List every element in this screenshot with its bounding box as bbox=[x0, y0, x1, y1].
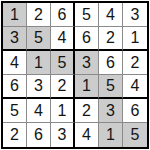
cell-r2c2[interactable]: 5 bbox=[27, 27, 51, 51]
sudoku-board: 126543354621415362632154541236263415 bbox=[1, 1, 149, 149]
cell-r4c5[interactable]: 5 bbox=[99, 75, 123, 99]
digit: 4 bbox=[131, 78, 140, 94]
cell-r5c4[interactable]: 2 bbox=[75, 99, 99, 123]
cell-r1c3[interactable]: 6 bbox=[51, 3, 75, 27]
digit: 6 bbox=[131, 102, 140, 118]
digit: 6 bbox=[10, 78, 19, 94]
digit: 2 bbox=[58, 78, 67, 94]
digit: 2 bbox=[131, 54, 140, 70]
cell-r4c3[interactable]: 2 bbox=[51, 75, 75, 99]
digit: 1 bbox=[131, 30, 140, 46]
cell-r5c1[interactable]: 5 bbox=[3, 99, 27, 123]
cell-r1c1[interactable]: 1 bbox=[3, 3, 27, 27]
digit: 1 bbox=[58, 102, 67, 118]
digit: 6 bbox=[58, 6, 67, 22]
digit: 5 bbox=[10, 102, 19, 118]
cell-r6c6[interactable]: 5 bbox=[123, 123, 147, 147]
digit: 4 bbox=[58, 30, 67, 46]
digit: 1 bbox=[10, 6, 19, 22]
digit: 5 bbox=[82, 6, 91, 22]
cell-r3c6[interactable]: 2 bbox=[123, 51, 147, 75]
digit: 1 bbox=[106, 127, 115, 143]
cell-r6c4[interactable]: 4 bbox=[75, 123, 99, 147]
digit: 5 bbox=[131, 127, 140, 143]
cell-r4c2[interactable]: 3 bbox=[27, 75, 51, 99]
cell-r4c4[interactable]: 1 bbox=[75, 75, 99, 99]
digit: 5 bbox=[58, 54, 67, 70]
cell-r4c6[interactable]: 4 bbox=[123, 75, 147, 99]
cell-r4c1[interactable]: 6 bbox=[3, 75, 27, 99]
digit: 3 bbox=[10, 30, 19, 46]
cell-r3c1[interactable]: 4 bbox=[3, 51, 27, 75]
digit: 1 bbox=[82, 78, 91, 94]
cell-r2c6[interactable]: 1 bbox=[123, 27, 147, 51]
digit: 6 bbox=[82, 30, 91, 46]
cell-r1c5[interactable]: 4 bbox=[99, 3, 123, 27]
digit: 4 bbox=[82, 127, 91, 143]
cell-r3c2[interactable]: 1 bbox=[27, 51, 51, 75]
cell-r1c2[interactable]: 2 bbox=[27, 3, 51, 27]
digit: 2 bbox=[10, 127, 19, 143]
cell-r3c4[interactable]: 3 bbox=[75, 51, 99, 75]
digit: 3 bbox=[34, 78, 43, 94]
cell-r6c3[interactable]: 3 bbox=[51, 123, 75, 147]
digit: 4 bbox=[106, 6, 115, 22]
digit: 3 bbox=[82, 54, 91, 70]
cell-r2c5[interactable]: 2 bbox=[99, 27, 123, 51]
cell-r6c1[interactable]: 2 bbox=[3, 123, 27, 147]
cell-r1c6[interactable]: 3 bbox=[123, 3, 147, 27]
cell-r5c2[interactable]: 4 bbox=[27, 99, 51, 123]
cell-r6c2[interactable]: 6 bbox=[27, 123, 51, 147]
digit: 2 bbox=[34, 6, 43, 22]
digit: 1 bbox=[34, 54, 43, 70]
digit: 4 bbox=[10, 54, 19, 70]
cell-r2c4[interactable]: 6 bbox=[75, 27, 99, 51]
cell-r2c3[interactable]: 4 bbox=[51, 27, 75, 51]
digit: 3 bbox=[106, 102, 115, 118]
digit: 5 bbox=[106, 78, 115, 94]
digit: 4 bbox=[34, 102, 43, 118]
digit: 6 bbox=[106, 54, 115, 70]
cell-r5c5[interactable]: 3 bbox=[99, 99, 123, 123]
digit: 3 bbox=[58, 127, 67, 143]
digit: 2 bbox=[82, 102, 91, 118]
digit: 3 bbox=[131, 6, 140, 22]
cell-r3c3[interactable]: 5 bbox=[51, 51, 75, 75]
cell-r3c5[interactable]: 6 bbox=[99, 51, 123, 75]
cell-r2c1[interactable]: 3 bbox=[3, 27, 27, 51]
cell-r5c6[interactable]: 6 bbox=[123, 99, 147, 123]
digit: 6 bbox=[34, 127, 43, 143]
cell-r6c5[interactable]: 1 bbox=[99, 123, 123, 147]
cell-r1c4[interactable]: 5 bbox=[75, 3, 99, 27]
digit: 2 bbox=[106, 30, 115, 46]
digit: 5 bbox=[34, 30, 43, 46]
cell-r5c3[interactable]: 1 bbox=[51, 99, 75, 123]
